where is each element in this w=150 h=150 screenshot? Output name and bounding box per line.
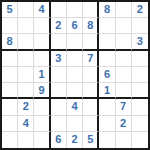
sudoku-cell-r1c8[interactable] [116,2,132,18]
sudoku-cell-r3c3[interactable] [34,34,50,50]
sudoku-cell-r1c1[interactable]: 5 [2,2,18,18]
sudoku-cell-r7c8[interactable]: 7 [116,99,132,115]
sudoku-cell-r6c3[interactable]: 9 [34,83,50,99]
sudoku-cell-r2c6[interactable]: 8 [83,18,99,34]
sudoku-cell-r3c7[interactable] [99,34,115,50]
sudoku-cell-r3c2[interactable] [18,34,34,50]
sudoku-cell-r5c7[interactable]: 6 [99,67,115,83]
sudoku-board: 54822688337169124742625 [0,0,150,150]
sudoku-cell-r1c6[interactable] [83,2,99,18]
sudoku-cell-r1c3[interactable]: 4 [34,2,50,18]
sudoku-cell-r9c8[interactable] [116,132,132,148]
sudoku-cell-r9c5[interactable]: 2 [67,132,83,148]
sudoku-cell-r6c1[interactable] [2,83,18,99]
sudoku-cell-r6c9[interactable] [132,83,148,99]
sudoku-cell-r8c1[interactable] [2,116,18,132]
sudoku-cell-r3c9[interactable]: 3 [132,34,148,50]
sudoku-cell-r5c9[interactable] [132,67,148,83]
sudoku-cell-r6c2[interactable] [18,83,34,99]
sudoku-cell-r7c7[interactable] [99,99,115,115]
sudoku-cell-r8c6[interactable] [83,116,99,132]
sudoku-cell-r7c6[interactable] [83,99,99,115]
sudoku-cell-r2c3[interactable] [34,18,50,34]
sudoku-cell-r5c5[interactable] [67,67,83,83]
sudoku-cell-r4c6[interactable]: 7 [83,51,99,67]
sudoku-cell-r1c4[interactable] [51,2,67,18]
sudoku-cell-r6c4[interactable] [51,83,67,99]
sudoku-cell-r7c3[interactable] [34,99,50,115]
sudoku-cell-r1c5[interactable] [67,2,83,18]
sudoku-cell-r7c5[interactable]: 4 [67,99,83,115]
sudoku-cell-r3c5[interactable] [67,34,83,50]
sudoku-cell-r4c8[interactable] [116,51,132,67]
sudoku-cell-r3c6[interactable] [83,34,99,50]
sudoku-cell-r5c1[interactable] [2,67,18,83]
sudoku-cell-r4c3[interactable] [34,51,50,67]
sudoku-cell-r6c7[interactable]: 1 [99,83,115,99]
sudoku-cell-r8c5[interactable] [67,116,83,132]
sudoku-cell-r5c3[interactable]: 1 [34,67,50,83]
sudoku-cell-r4c5[interactable] [67,51,83,67]
sudoku-cell-r2c7[interactable] [99,18,115,34]
sudoku-cell-r2c9[interactable] [132,18,148,34]
sudoku-cell-r1c9[interactable]: 2 [132,2,148,18]
sudoku-cell-r7c9[interactable] [132,99,148,115]
sudoku-cell-r4c1[interactable] [2,51,18,67]
sudoku-cell-r8c4[interactable] [51,116,67,132]
sudoku-cell-r4c7[interactable] [99,51,115,67]
sudoku-cell-r9c3[interactable] [34,132,50,148]
sudoku-cell-r4c4[interactable]: 3 [51,51,67,67]
sudoku-cell-r6c6[interactable] [83,83,99,99]
sudoku-cell-r1c2[interactable] [18,2,34,18]
sudoku-cell-r9c9[interactable] [132,132,148,148]
sudoku-cell-r3c4[interactable] [51,34,67,50]
sudoku-cell-r8c3[interactable] [34,116,50,132]
sudoku-cell-r2c5[interactable]: 6 [67,18,83,34]
sudoku-cell-r8c7[interactable] [99,116,115,132]
sudoku-cell-r2c8[interactable] [116,18,132,34]
sudoku-cell-r2c4[interactable]: 2 [51,18,67,34]
sudoku-cell-r3c1[interactable]: 8 [2,34,18,50]
sudoku-cell-r4c9[interactable] [132,51,148,67]
sudoku-cell-r8c8[interactable]: 2 [116,116,132,132]
sudoku-cell-r2c1[interactable] [2,18,18,34]
sudoku-cell-r7c2[interactable]: 2 [18,99,34,115]
sudoku-cell-r3c8[interactable] [116,34,132,50]
sudoku-cell-r9c6[interactable]: 5 [83,132,99,148]
sudoku-cell-r9c2[interactable] [18,132,34,148]
sudoku-cell-r7c1[interactable] [2,99,18,115]
sudoku-cell-r5c8[interactable] [116,67,132,83]
sudoku-cell-r5c4[interactable] [51,67,67,83]
sudoku-cell-r9c7[interactable] [99,132,115,148]
sudoku-cell-r9c1[interactable] [2,132,18,148]
sudoku-cell-r8c2[interactable]: 4 [18,116,34,132]
sudoku-cell-r7c4[interactable] [51,99,67,115]
sudoku-cell-r1c7[interactable]: 8 [99,2,115,18]
sudoku-cell-r4c2[interactable] [18,51,34,67]
sudoku-cell-r5c6[interactable] [83,67,99,83]
sudoku-cell-r9c4[interactable]: 6 [51,132,67,148]
sudoku-cell-r2c2[interactable] [18,18,34,34]
sudoku-cell-r8c9[interactable] [132,116,148,132]
sudoku-cell-r6c8[interactable] [116,83,132,99]
sudoku-cell-r5c2[interactable] [18,67,34,83]
sudoku-cell-r6c5[interactable] [67,83,83,99]
